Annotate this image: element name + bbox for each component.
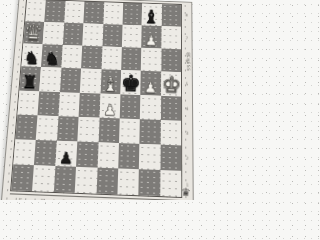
piece-black-K-f5[interactable]: ♚: [121, 72, 141, 94]
file-label-b: b: [40, 197, 43, 200]
file-label-c: c: [62, 198, 65, 200]
square-b5[interactable]: [40, 67, 62, 91]
square-c7[interactable]: [63, 23, 84, 46]
square-e8[interactable]: [103, 2, 123, 25]
square-d2[interactable]: [76, 141, 98, 167]
piece-white-K-h5[interactable]: ♚: [161, 74, 181, 97]
square-f1[interactable]: [117, 168, 139, 195]
square-b8[interactable]: [45, 0, 66, 23]
square-d4[interactable]: [79, 92, 100, 117]
square-c4[interactable]: [58, 92, 80, 117]
piece-black-N-b6[interactable]: ♞: [43, 50, 59, 68]
square-f4[interactable]: [120, 94, 141, 119]
square-e3[interactable]: [98, 117, 119, 143]
square-g4[interactable]: [140, 95, 161, 120]
piece-white-P-e4[interactable]: ♟: [103, 102, 117, 118]
square-d3[interactable]: [77, 117, 99, 143]
square-f6[interactable]: [121, 47, 141, 71]
photo-chess-scene: { "game": "chess", "scene": { "type": "o…: [0, 0, 200, 200]
square-e1[interactable]: [96, 167, 118, 194]
file-label-a: a: [19, 196, 22, 200]
square-d6[interactable]: [81, 46, 102, 70]
rank-label-4: 4: [186, 106, 189, 111]
board-brand-text: Ⓝ-CHESS: [186, 49, 191, 72]
square-f7[interactable]: [122, 25, 142, 48]
square-b7[interactable]: [43, 22, 64, 45]
square-f8[interactable]: [122, 3, 142, 26]
square-f2[interactable]: [118, 143, 139, 169]
square-g1[interactable]: [139, 169, 161, 196]
square-a4[interactable]: [18, 90, 40, 115]
board-grid: ♝♛♟♞♞♜♝♚♟♚♟♟: [10, 0, 182, 198]
square-d7[interactable]: [82, 23, 103, 46]
square-g3[interactable]: [140, 119, 161, 145]
square-e6[interactable]: [101, 47, 122, 71]
square-e4[interactable]: ♟: [99, 93, 120, 118]
square-b1[interactable]: [32, 165, 55, 192]
file-label-d: d: [84, 199, 87, 200]
square-a8[interactable]: [25, 0, 46, 22]
square-h2[interactable]: [160, 144, 181, 170]
square-g2[interactable]: [139, 144, 160, 170]
piece-white-Q-a7[interactable]: ♛: [24, 23, 44, 45]
square-h6[interactable]: [161, 49, 181, 73]
square-h1[interactable]: [160, 170, 181, 197]
square-e7[interactable]: [102, 24, 122, 47]
chess-board: ♝♛♟♞♞♜♝♚♟♚♟♟ abcdefgh 87654321 Ⓝ-CHESS ♛: [0, 0, 193, 200]
square-b6[interactable]: ♞: [41, 44, 62, 68]
square-b4[interactable]: [38, 91, 60, 116]
square-c5[interactable]: [60, 68, 81, 92]
square-a3[interactable]: [15, 114, 37, 139]
square-h7[interactable]: [161, 26, 181, 49]
square-d1[interactable]: [75, 167, 97, 194]
rank-label-3: 3: [186, 131, 189, 136]
square-b3[interactable]: [36, 115, 58, 140]
square-c2[interactable]: ♟: [55, 141, 77, 167]
square-a6[interactable]: ♞: [21, 44, 43, 68]
square-d8[interactable]: [83, 2, 103, 25]
square-h4[interactable]: [161, 95, 182, 120]
square-c6[interactable]: [61, 45, 82, 69]
piece-white-P-g5[interactable]: ♟: [144, 80, 158, 95]
rank-label-8: 8: [185, 13, 188, 17]
square-a1[interactable]: [11, 164, 34, 191]
square-a2[interactable]: [13, 139, 36, 165]
square-g6[interactable]: [141, 48, 161, 72]
square-a7[interactable]: ♛: [23, 21, 44, 44]
square-h3[interactable]: [160, 120, 181, 146]
rank-labels: 87654321: [182, 4, 192, 198]
square-e5[interactable]: ♝: [100, 70, 121, 94]
square-a5[interactable]: ♜: [19, 67, 41, 91]
piece-white-P-g7[interactable]: ♟: [145, 34, 159, 49]
square-b2[interactable]: [34, 140, 56, 166]
piece-black-R-a5[interactable]: ♜: [22, 73, 39, 91]
rank-label-7: 7: [185, 35, 188, 40]
square-f5[interactable]: ♚: [120, 70, 141, 94]
square-c8[interactable]: [64, 1, 85, 24]
square-g8[interactable]: ♝: [142, 4, 162, 27]
square-c1[interactable]: [54, 166, 77, 193]
square-g7[interactable]: ♟: [141, 26, 161, 49]
piece-black-B-g8[interactable]: ♝: [143, 8, 160, 27]
rank-label-2: 2: [186, 156, 189, 161]
piece-black-N-a6[interactable]: ♞: [24, 49, 40, 67]
square-e2[interactable]: [97, 142, 119, 168]
square-g5[interactable]: ♟: [141, 71, 161, 95]
square-d5[interactable]: [80, 69, 101, 93]
rank-label-5: 5: [186, 82, 189, 87]
piece-white-B-e5[interactable]: ♝: [102, 74, 120, 93]
square-h5[interactable]: ♚: [161, 72, 181, 96]
square-h8[interactable]: [161, 4, 181, 27]
piece-black-P-c2[interactable]: ♟: [59, 151, 73, 167]
square-f3[interactable]: [119, 118, 140, 144]
square-c3[interactable]: [57, 116, 79, 142]
